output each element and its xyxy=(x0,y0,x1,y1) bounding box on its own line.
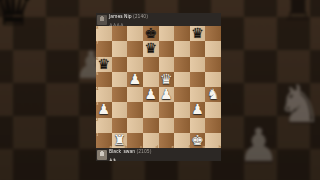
square-a4[interactable]: 4 xyxy=(96,87,112,102)
square-e5[interactable]: ♛ xyxy=(159,72,175,87)
square-b8[interactable] xyxy=(112,26,128,41)
square-e2[interactable] xyxy=(159,118,175,133)
bottom-player-avatar[interactable] xyxy=(97,150,107,160)
square-g4[interactable] xyxy=(190,87,206,102)
square-h7[interactable] xyxy=(205,41,221,56)
rank-label-7: 7 xyxy=(96,41,99,45)
square-c8[interactable] xyxy=(127,26,143,41)
top-player-name: James Nip (2140) xyxy=(109,13,229,18)
piece-black-queen-g8[interactable]: ♛ xyxy=(190,26,206,41)
top-player-rating: (2140) xyxy=(133,13,148,18)
game-panel: James Nip (2140) ♙♙♙♙ 8♚♛7♛6♛5♟♛4♟♟♞3♟♟2… xyxy=(96,13,221,26)
square-f5[interactable] xyxy=(174,72,190,87)
square-a3[interactable]: 3♟ xyxy=(96,102,112,117)
square-h3[interactable] xyxy=(205,102,221,117)
square-h6[interactable] xyxy=(205,57,221,72)
square-f4[interactable] xyxy=(174,87,190,102)
rank-label-2: 2 xyxy=(96,118,99,122)
piece-white-pawn-e4[interactable]: ♟ xyxy=(159,87,175,102)
square-b4[interactable] xyxy=(112,87,128,102)
square-d7[interactable]: ♛ xyxy=(143,41,159,56)
square-g3[interactable]: ♟ xyxy=(190,102,206,117)
square-d8[interactable]: ♚ xyxy=(143,26,159,41)
square-a5[interactable]: 5 xyxy=(96,72,112,87)
piece-black-queen-a6[interactable]: ♛ xyxy=(96,57,112,72)
square-f7[interactable] xyxy=(174,41,190,56)
square-c3[interactable] xyxy=(127,102,143,117)
square-g5[interactable] xyxy=(190,72,206,87)
square-d3[interactable] xyxy=(143,102,159,117)
square-c6[interactable] xyxy=(127,57,143,72)
piece-white-pawn-a3[interactable]: ♟ xyxy=(96,102,112,117)
square-h8[interactable] xyxy=(205,26,221,41)
square-a8[interactable]: 8 xyxy=(96,26,112,41)
bottom-player-info: Black_swan (2105) ♟♞ xyxy=(109,146,221,164)
square-b7[interactable] xyxy=(112,41,128,56)
square-h2[interactable] xyxy=(205,118,221,133)
square-d4[interactable]: ♟ xyxy=(143,87,159,102)
square-h5[interactable] xyxy=(205,72,221,87)
piece-white-knight-h4[interactable]: ♞ xyxy=(205,87,221,102)
square-c7[interactable] xyxy=(127,41,143,56)
square-e8[interactable] xyxy=(159,26,175,41)
square-g6[interactable] xyxy=(190,57,206,72)
square-b2[interactable] xyxy=(112,118,128,133)
square-a7[interactable]: 7 xyxy=(96,41,112,56)
piece-black-king-d8[interactable]: ♚ xyxy=(143,26,159,41)
square-f2[interactable] xyxy=(174,118,190,133)
piece-white-pawn-c5[interactable]: ♟ xyxy=(127,72,143,87)
square-d6[interactable] xyxy=(143,57,159,72)
square-c5[interactable]: ♟ xyxy=(127,72,143,87)
square-g7[interactable] xyxy=(190,41,206,56)
rank-label-1: 1 xyxy=(96,133,99,137)
rank-label-5: 5 xyxy=(96,72,99,76)
bottom-player-rating: (2105) xyxy=(137,148,152,153)
top-player-bar: James Nip (2140) ♙♙♙♙ xyxy=(96,13,221,26)
square-b5[interactable] xyxy=(112,72,128,87)
square-g2[interactable] xyxy=(190,118,206,133)
square-f6[interactable] xyxy=(174,57,190,72)
square-e6[interactable] xyxy=(159,57,175,72)
piece-white-queen-e5[interactable]: ♛ xyxy=(159,72,175,87)
piece-white-pawn-d4[interactable]: ♟ xyxy=(143,87,159,102)
square-d2[interactable] xyxy=(143,118,159,133)
square-f8[interactable] xyxy=(174,26,190,41)
square-e7[interactable] xyxy=(159,41,175,56)
bottom-player-name: Black_swan (2105) xyxy=(109,148,229,153)
square-e3[interactable] xyxy=(159,102,175,117)
square-a6[interactable]: 6♛ xyxy=(96,57,112,72)
square-h4[interactable]: ♞ xyxy=(205,87,221,102)
square-g8[interactable]: ♛ xyxy=(190,26,206,41)
square-f3[interactable] xyxy=(174,102,190,117)
square-b6[interactable] xyxy=(112,57,128,72)
top-player-avatar[interactable] xyxy=(97,15,107,25)
bottom-player-captured-pieces: ♟♞ xyxy=(109,158,226,162)
rank-label-8: 8 xyxy=(96,26,99,30)
video-frame: { "game": "chess", "position": { "fen": … xyxy=(0,0,320,180)
piece-white-pawn-g3[interactable]: ♟ xyxy=(190,102,206,117)
rank-label-4: 4 xyxy=(96,87,99,91)
square-c2[interactable] xyxy=(127,118,143,133)
chess-board[interactable]: 8♚♛7♛6♛5♟♛4♟♟♞3♟♟21ab♜cdefg♚h xyxy=(96,26,221,148)
square-c4[interactable] xyxy=(127,87,143,102)
square-e4[interactable]: ♟ xyxy=(159,87,175,102)
bottom-player-bar: Black_swan (2105) ♟♞ xyxy=(96,148,221,161)
square-a2[interactable]: 2 xyxy=(96,118,112,133)
square-d5[interactable] xyxy=(143,72,159,87)
piece-black-queen-d7[interactable]: ♛ xyxy=(143,41,159,56)
square-b3[interactable] xyxy=(112,102,128,117)
